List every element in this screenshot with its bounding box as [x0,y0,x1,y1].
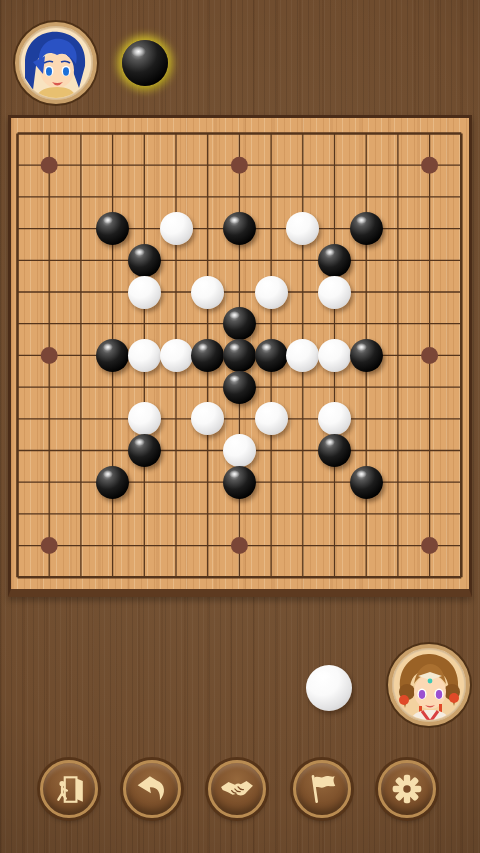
bottom-player-avatar[interactable] [388,644,470,726]
undo-button[interactable] [123,760,181,818]
black-stone [223,212,256,245]
black-stone [318,434,351,467]
handshake-icon [220,772,254,806]
white-stone [255,276,288,309]
white-stone [191,402,224,435]
auburn-haired-avatar-illustration [392,648,466,722]
white-stone [128,402,161,435]
undo-arrow-icon [135,772,169,806]
black-turn-indicator-stone [122,40,168,86]
black-stone [96,339,129,372]
white-stone [286,212,319,245]
resign-flag-button[interactable] [293,760,351,818]
black-stone [223,307,256,340]
game-screen [0,0,480,853]
settings-button[interactable] [378,760,436,818]
exit-button[interactable] [40,760,98,818]
white-stone [160,339,193,372]
white-stone [128,339,161,372]
black-stone [96,212,129,245]
white-player-stone [306,665,352,711]
gomoku-board[interactable] [8,115,472,597]
black-stone [223,371,256,404]
white-stone [160,212,193,245]
black-stone [350,466,383,499]
flag-icon [305,772,339,806]
white-stone [318,339,351,372]
stones-layer [11,118,469,589]
white-stone [318,402,351,435]
black-stone [96,466,129,499]
white-stone [191,276,224,309]
black-stone [223,466,256,499]
black-stone [255,339,288,372]
door-exit-icon [52,772,86,806]
black-stone [128,434,161,467]
black-stone [350,339,383,372]
white-stone [318,276,351,309]
black-stone [318,244,351,277]
top-player-avatar[interactable] [15,22,97,104]
white-stone [286,339,319,372]
board-surface[interactable] [11,118,469,589]
black-stone [223,339,256,372]
black-stone [128,244,161,277]
black-stone [350,212,383,245]
black-stone [191,339,224,372]
draw-offer-button[interactable] [208,760,266,818]
gear-icon [390,772,424,806]
white-stone [128,276,161,309]
white-stone [255,402,288,435]
blue-haired-avatar-illustration [19,26,93,100]
white-stone [223,434,256,467]
